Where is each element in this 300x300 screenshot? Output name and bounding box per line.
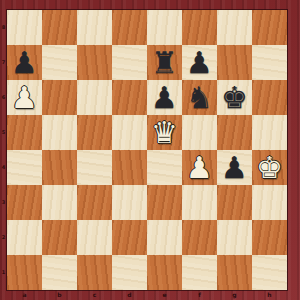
piece-black-pawn[interactable]: ♟ xyxy=(186,45,213,80)
square-e1[interactable] xyxy=(147,255,182,290)
square-f2[interactable] xyxy=(182,220,217,255)
square-g4[interactable]: ♟ xyxy=(217,150,252,185)
square-f5[interactable] xyxy=(182,115,217,150)
file-label-h: h xyxy=(252,290,287,300)
chess-board: ♟♜♟♟♟♞♚♛♟♟♚ xyxy=(7,10,287,290)
rank-label-6: 6 xyxy=(0,80,7,115)
piece-black-knight[interactable]: ♞ xyxy=(186,80,213,115)
square-g2[interactable] xyxy=(217,220,252,255)
square-d2[interactable] xyxy=(112,220,147,255)
square-h5[interactable] xyxy=(252,115,287,150)
square-a2[interactable] xyxy=(7,220,42,255)
square-e4[interactable] xyxy=(147,150,182,185)
square-f7[interactable]: ♟ xyxy=(182,45,217,80)
square-g7[interactable] xyxy=(217,45,252,80)
square-g6[interactable]: ♚ xyxy=(217,80,252,115)
square-a1[interactable] xyxy=(7,255,42,290)
rank-label-3: 3 xyxy=(0,185,7,220)
square-h3[interactable] xyxy=(252,185,287,220)
square-c3[interactable] xyxy=(77,185,112,220)
square-e6[interactable]: ♟ xyxy=(147,80,182,115)
square-h8[interactable] xyxy=(252,10,287,45)
square-h4[interactable]: ♚ xyxy=(252,150,287,185)
square-c6[interactable] xyxy=(77,80,112,115)
square-f8[interactable] xyxy=(182,10,217,45)
file-label-b: b xyxy=(42,290,77,300)
rank-label-2: 2 xyxy=(0,220,7,255)
piece-black-pawn[interactable]: ♟ xyxy=(221,150,248,185)
piece-black-rook[interactable]: ♜ xyxy=(151,45,178,80)
square-h1[interactable] xyxy=(252,255,287,290)
rank-label-8: 8 xyxy=(0,10,7,45)
square-d1[interactable] xyxy=(112,255,147,290)
square-c2[interactable] xyxy=(77,220,112,255)
square-a5[interactable] xyxy=(7,115,42,150)
square-h6[interactable] xyxy=(252,80,287,115)
square-g1[interactable] xyxy=(217,255,252,290)
square-d5[interactable] xyxy=(112,115,147,150)
square-f4[interactable]: ♟ xyxy=(182,150,217,185)
square-f6[interactable]: ♞ xyxy=(182,80,217,115)
square-g3[interactable] xyxy=(217,185,252,220)
piece-white-king[interactable]: ♚ xyxy=(256,150,283,185)
square-b2[interactable] xyxy=(42,220,77,255)
square-f1[interactable] xyxy=(182,255,217,290)
square-d7[interactable] xyxy=(112,45,147,80)
square-c7[interactable] xyxy=(77,45,112,80)
file-label-e: e xyxy=(147,290,182,300)
piece-black-king[interactable]: ♚ xyxy=(221,80,248,115)
rank-label-4: 4 xyxy=(0,150,7,185)
square-b8[interactable] xyxy=(42,10,77,45)
square-e2[interactable] xyxy=(147,220,182,255)
square-a6[interactable]: ♟ xyxy=(7,80,42,115)
piece-white-pawn[interactable]: ♟ xyxy=(11,80,38,115)
square-e5[interactable]: ♛ xyxy=(147,115,182,150)
square-d4[interactable] xyxy=(112,150,147,185)
piece-white-pawn[interactable]: ♟ xyxy=(186,150,213,185)
square-c1[interactable] xyxy=(77,255,112,290)
square-g8[interactable] xyxy=(217,10,252,45)
square-b6[interactable] xyxy=(42,80,77,115)
file-label-f: f xyxy=(182,290,217,300)
square-h2[interactable] xyxy=(252,220,287,255)
square-e7[interactable]: ♜ xyxy=(147,45,182,80)
square-a3[interactable] xyxy=(7,185,42,220)
square-b3[interactable] xyxy=(42,185,77,220)
square-e8[interactable] xyxy=(147,10,182,45)
board-frame: ♟♜♟♟♟♞♚♛♟♟♚ 87654321 abcdefgh xyxy=(0,0,300,300)
square-e3[interactable] xyxy=(147,185,182,220)
piece-white-queen[interactable]: ♛ xyxy=(151,115,178,150)
square-g5[interactable] xyxy=(217,115,252,150)
square-a4[interactable] xyxy=(7,150,42,185)
square-d6[interactable] xyxy=(112,80,147,115)
square-a7[interactable]: ♟ xyxy=(7,45,42,80)
square-b5[interactable] xyxy=(42,115,77,150)
square-b1[interactable] xyxy=(42,255,77,290)
square-d8[interactable] xyxy=(112,10,147,45)
file-label-d: d xyxy=(112,290,147,300)
square-h7[interactable] xyxy=(252,45,287,80)
file-label-g: g xyxy=(217,290,252,300)
file-label-c: c xyxy=(77,290,112,300)
square-b4[interactable] xyxy=(42,150,77,185)
file-label-a: a xyxy=(7,290,42,300)
square-c5[interactable] xyxy=(77,115,112,150)
piece-black-pawn[interactable]: ♟ xyxy=(151,80,178,115)
rank-label-5: 5 xyxy=(0,115,7,150)
rank-label-7: 7 xyxy=(0,45,7,80)
square-f3[interactable] xyxy=(182,185,217,220)
square-c4[interactable] xyxy=(77,150,112,185)
square-a8[interactable] xyxy=(7,10,42,45)
square-d3[interactable] xyxy=(112,185,147,220)
square-b7[interactable] xyxy=(42,45,77,80)
rank-label-1: 1 xyxy=(0,255,7,290)
square-c8[interactable] xyxy=(77,10,112,45)
piece-black-pawn[interactable]: ♟ xyxy=(11,45,38,80)
